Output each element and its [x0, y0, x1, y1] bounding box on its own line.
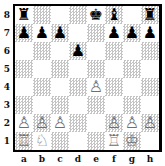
white-rook: ♖: [17, 132, 31, 150]
square-d6[interactable]: ♟: [69, 42, 87, 60]
square-b3[interactable]: [33, 96, 51, 114]
square-e6[interactable]: [87, 42, 105, 60]
square-h1[interactable]: [141, 132, 159, 150]
square-d4[interactable]: [69, 78, 87, 96]
black-pawn: ♟: [125, 24, 139, 42]
square-e7[interactable]: [87, 24, 105, 42]
rank-label-3: 3: [0, 96, 13, 114]
square-g4[interactable]: [123, 78, 141, 96]
square-b5[interactable]: [33, 60, 51, 78]
square-b4[interactable]: [33, 78, 51, 96]
square-e4[interactable]: ♙: [87, 78, 105, 96]
square-g8[interactable]: [123, 6, 141, 24]
square-d2[interactable]: [69, 114, 87, 132]
square-e2[interactable]: [87, 114, 105, 132]
square-c1[interactable]: [51, 132, 69, 150]
square-d3[interactable]: [69, 96, 87, 114]
file-label-f: f: [105, 154, 123, 165]
square-h6[interactable]: [141, 42, 159, 60]
black-pawn: ♟: [17, 24, 31, 42]
square-c5[interactable]: [51, 60, 69, 78]
file-label-d: d: [69, 154, 87, 165]
square-g7[interactable]: ♟: [123, 24, 141, 42]
white-pawn: ♙: [143, 114, 157, 132]
rank-label-2: 2: [0, 114, 13, 132]
black-pawn: ♟: [35, 24, 49, 42]
black-bishop: ♝: [107, 6, 121, 24]
white-pawn: ♙: [89, 78, 103, 96]
square-h4[interactable]: [141, 78, 159, 96]
square-a1[interactable]: ♖: [15, 132, 33, 150]
square-g6[interactable]: [123, 42, 141, 60]
rank-label-6: 6: [0, 42, 13, 60]
square-e8[interactable]: ♚: [87, 6, 105, 24]
white-pawn: ♙: [107, 114, 121, 132]
square-a5[interactable]: [15, 60, 33, 78]
square-g5[interactable]: [123, 60, 141, 78]
square-f2[interactable]: ♙: [105, 114, 123, 132]
square-c8[interactable]: [51, 6, 69, 24]
black-pawn: ♟: [107, 24, 121, 42]
file-label-b: b: [33, 154, 51, 165]
square-c7[interactable]: ♟: [51, 24, 69, 42]
chess-diagram: 87654321 ♜♚♝♜♟♟♟♟♟♟♟♙♙♙♙♙♙♙♖♘♖♔ abcdefgh: [0, 0, 165, 165]
square-d8[interactable]: [69, 6, 87, 24]
square-f1[interactable]: ♖: [105, 132, 123, 150]
black-pawn: ♟: [53, 24, 67, 42]
square-f5[interactable]: [105, 60, 123, 78]
square-d1[interactable]: [69, 132, 87, 150]
square-f6[interactable]: [105, 42, 123, 60]
square-e3[interactable]: [87, 96, 105, 114]
square-b1[interactable]: ♘: [33, 132, 51, 150]
square-c2[interactable]: ♙: [51, 114, 69, 132]
square-a4[interactable]: [15, 78, 33, 96]
square-c4[interactable]: [51, 78, 69, 96]
white-king: ♔: [125, 132, 139, 150]
square-a8[interactable]: ♜: [15, 6, 33, 24]
black-rook: ♜: [17, 6, 31, 24]
square-c3[interactable]: [51, 96, 69, 114]
square-b6[interactable]: [33, 42, 51, 60]
square-b7[interactable]: ♟: [33, 24, 51, 42]
square-a3[interactable]: [15, 96, 33, 114]
rank-labels: 87654321: [0, 6, 13, 152]
square-c6[interactable]: [51, 42, 69, 60]
square-e1[interactable]: [87, 132, 105, 150]
file-label-a: a: [15, 154, 33, 165]
square-h5[interactable]: [141, 60, 159, 78]
square-d7[interactable]: [69, 24, 87, 42]
rank-label-5: 5: [0, 60, 13, 78]
white-pawn: ♙: [53, 114, 67, 132]
white-rook: ♖: [107, 132, 121, 150]
square-f4[interactable]: [105, 78, 123, 96]
square-f7[interactable]: ♟: [105, 24, 123, 42]
square-b8[interactable]: [33, 6, 51, 24]
black-pawn: ♟: [143, 24, 157, 42]
square-f3[interactable]: [105, 96, 123, 114]
square-e5[interactable]: [87, 60, 105, 78]
black-king: ♚: [89, 6, 103, 24]
rank-label-7: 7: [0, 24, 13, 42]
square-a6[interactable]: [15, 42, 33, 60]
rank-label-4: 4: [0, 78, 13, 96]
white-pawn: ♙: [17, 114, 31, 132]
rank-label-8: 8: [0, 6, 13, 24]
file-label-c: c: [51, 154, 69, 165]
white-pawn: ♙: [35, 114, 49, 132]
square-f8[interactable]: ♝: [105, 6, 123, 24]
rank-label-1: 1: [0, 132, 13, 150]
chess-board[interactable]: ♜♚♝♜♟♟♟♟♟♟♟♙♙♙♙♙♙♙♖♘♖♔: [13, 4, 162, 152]
square-h8[interactable]: ♜: [141, 6, 159, 24]
black-rook: ♜: [143, 6, 157, 24]
square-h7[interactable]: ♟: [141, 24, 159, 42]
square-g1[interactable]: ♔: [123, 132, 141, 150]
square-a2[interactable]: ♙: [15, 114, 33, 132]
file-labels: abcdefgh: [15, 154, 165, 165]
white-pawn: ♙: [125, 114, 139, 132]
square-a7[interactable]: ♟: [15, 24, 33, 42]
square-h3[interactable]: [141, 96, 159, 114]
file-label-h: h: [141, 154, 159, 165]
square-b2[interactable]: ♙: [33, 114, 51, 132]
square-d5[interactable]: [69, 60, 87, 78]
file-label-g: g: [123, 154, 141, 165]
file-label-e: e: [87, 154, 105, 165]
square-g2[interactable]: ♙: [123, 114, 141, 132]
square-h2[interactable]: ♙: [141, 114, 159, 132]
white-knight: ♘: [35, 132, 49, 150]
square-g3[interactable]: [123, 96, 141, 114]
black-pawn: ♟: [71, 42, 85, 60]
